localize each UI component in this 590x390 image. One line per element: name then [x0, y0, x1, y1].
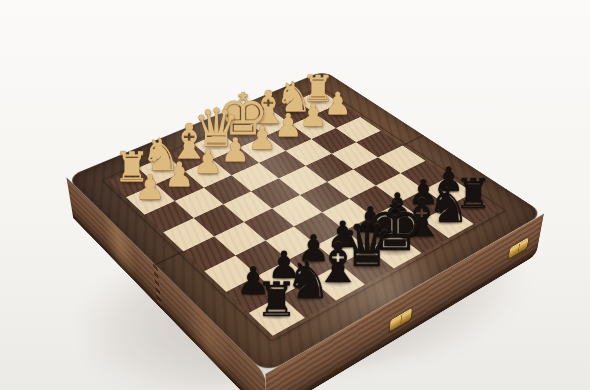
square-a5[interactable] [183, 237, 235, 271]
piece-black-rook-a8[interactable]: ♜ [256, 276, 298, 323]
brass-latch [389, 307, 413, 333]
piece-white-pawn-h2[interactable]: ♟ [324, 90, 352, 121]
square-d5[interactable] [272, 195, 322, 226]
brass-latch [508, 236, 530, 260]
square-c4[interactable] [223, 191, 272, 222]
piece-white-pawn-b2[interactable]: ♟ [164, 158, 194, 192]
square-b4[interactable] [194, 205, 244, 237]
piece-white-pawn-g2[interactable]: ♟ [299, 100, 327, 131]
square-c5[interactable] [244, 208, 294, 240]
piece-white-pawn-a2[interactable]: ♟ [135, 170, 166, 204]
product-photo-scene: ♜♞♝♛♚♝♞♜♟♟♟♟♟♟♟♟♟♟♟♟♟♟♟♟♜♞♝♛♚♝♞♜ [0, 0, 590, 390]
piece-white-pawn-c2[interactable]: ♟ [193, 145, 223, 178]
square-b5[interactable] [214, 222, 265, 255]
piece-white-pawn-f2[interactable]: ♟ [274, 111, 302, 143]
piece-white-pawn-e2[interactable]: ♟ [248, 122, 277, 154]
piece-white-pawn-d2[interactable]: ♟ [221, 134, 250, 167]
square-a4[interactable] [163, 218, 214, 251]
